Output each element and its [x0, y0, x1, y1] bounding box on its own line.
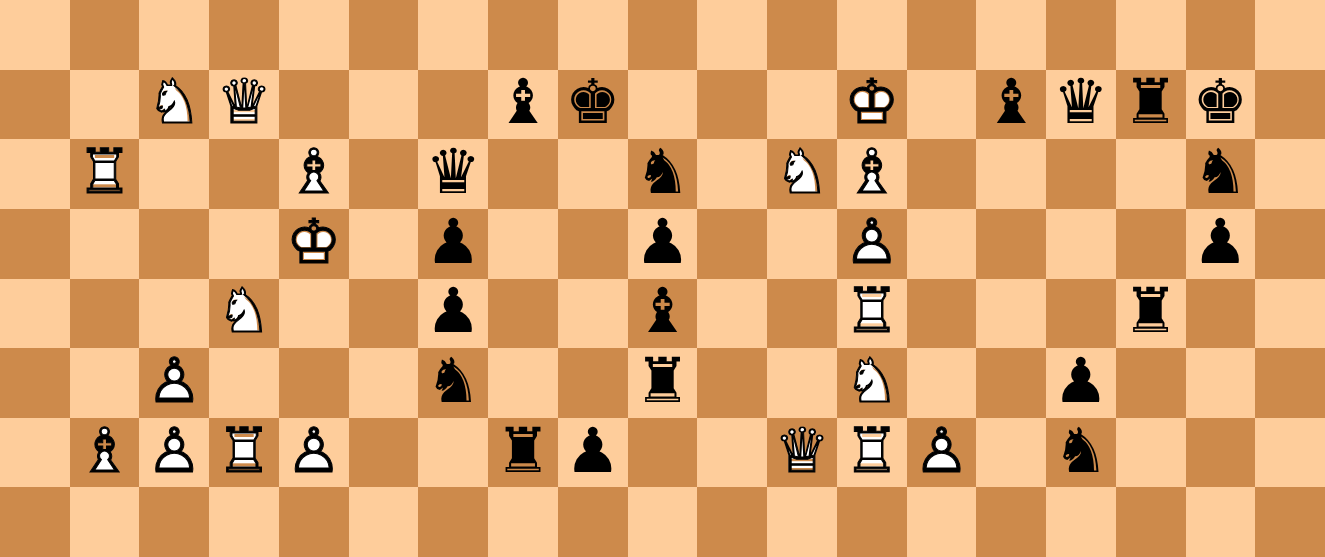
square-r3c13[interactable] [907, 209, 977, 279]
square-r0c9[interactable] [628, 0, 698, 70]
white-pawn[interactable]: ♟♙ [139, 418, 209, 488]
black-rook-icon: ♜ [1123, 280, 1179, 342]
square-r4c2[interactable] [139, 279, 209, 349]
square-r6c12[interactable]: ♜♖ [837, 418, 907, 488]
square-r5c15[interactable]: ♟ [1046, 348, 1116, 418]
square-r2c16[interactable] [1116, 139, 1186, 209]
square-r7c16[interactable] [1116, 487, 1186, 557]
white-rook-outline-icon: ♖ [216, 420, 272, 482]
white-bishop[interactable]: ♝♗ [70, 418, 140, 488]
square-r1c1[interactable] [70, 70, 140, 140]
black-pawn[interactable]: ♟ [558, 418, 628, 488]
white-rook[interactable]: ♜♖ [837, 418, 907, 488]
white-rook-outline-icon: ♖ [844, 280, 900, 342]
square-r0c12[interactable] [837, 0, 907, 70]
chess-board-window: ♞♘♛♕♝♚♚♔♝♛♜♚♜♖♝♗♛♞♞♘♝♗♞♚♔♟♟♟♙♟♞♘♟♝♜♖♜♟♙♞… [0, 0, 1325, 557]
square-r0c10[interactable] [697, 0, 767, 70]
square-r0c2[interactable] [139, 0, 209, 70]
square-r0c5[interactable] [349, 0, 419, 70]
square-r5c5[interactable] [349, 348, 419, 418]
square-r5c16[interactable] [1116, 348, 1186, 418]
black-knight[interactable]: ♞ [1186, 139, 1256, 209]
square-r6c16[interactable] [1116, 418, 1186, 488]
black-queen[interactable]: ♛ [418, 139, 488, 209]
square-r1c3[interactable]: ♛♕ [209, 70, 279, 140]
square-r6c8[interactable]: ♟ [558, 418, 628, 488]
square-r3c7[interactable] [488, 209, 558, 279]
square-r0c4[interactable] [279, 0, 349, 70]
square-r4c12[interactable]: ♜♖ [837, 279, 907, 349]
white-pawn[interactable]: ♟♙ [279, 418, 349, 488]
square-r6c15[interactable]: ♞ [1046, 418, 1116, 488]
square-r0c18[interactable] [1255, 0, 1325, 70]
black-pawn-icon: ♟ [565, 420, 621, 482]
black-pawn[interactable]: ♟ [1186, 209, 1256, 279]
black-pawn[interactable]: ♟ [1046, 348, 1116, 418]
square-r0c13[interactable] [907, 0, 977, 70]
white-rook-outline-icon: ♖ [77, 141, 133, 203]
square-r4c15[interactable] [1046, 279, 1116, 349]
white-knight[interactable]: ♞♘ [837, 348, 907, 418]
square-r5c12[interactable]: ♞♘ [837, 348, 907, 418]
square-r7c7[interactable] [488, 487, 558, 557]
square-r7c4[interactable] [279, 487, 349, 557]
black-pawn-icon: ♟ [425, 211, 481, 273]
square-r1c8[interactable]: ♚ [558, 70, 628, 140]
black-bishop[interactable]: ♝ [488, 70, 558, 140]
square-r7c5[interactable] [349, 487, 419, 557]
square-r1c18[interactable] [1255, 70, 1325, 140]
square-r2c2[interactable] [139, 139, 209, 209]
square-r2c9[interactable]: ♞ [628, 139, 698, 209]
square-r7c14[interactable] [976, 487, 1046, 557]
white-rook[interactable]: ♜♖ [209, 418, 279, 488]
white-queen[interactable]: ♛♕ [209, 70, 279, 140]
square-r5c17[interactable] [1186, 348, 1256, 418]
white-pawn[interactable]: ♟♙ [139, 348, 209, 418]
square-r1c4[interactable] [279, 70, 349, 140]
square-r3c10[interactable] [697, 209, 767, 279]
black-bishop-icon: ♝ [983, 71, 1039, 133]
white-bishop-outline-icon: ♗ [286, 141, 342, 203]
square-r2c15[interactable] [1046, 139, 1116, 209]
white-pawn[interactable]: ♟♙ [837, 209, 907, 279]
square-r5c18[interactable] [1255, 348, 1325, 418]
black-rook-icon: ♜ [1123, 71, 1179, 133]
square-r3c16[interactable] [1116, 209, 1186, 279]
square-r6c5[interactable] [349, 418, 419, 488]
square-r1c16[interactable]: ♜ [1116, 70, 1186, 140]
square-r2c1[interactable]: ♜♖ [70, 139, 140, 209]
black-pawn[interactable]: ♟ [418, 279, 488, 349]
square-r0c15[interactable] [1046, 0, 1116, 70]
square-r2c17[interactable]: ♞ [1186, 139, 1256, 209]
white-rook-outline-icon: ♖ [844, 420, 900, 482]
square-r5c3[interactable] [209, 348, 279, 418]
square-r2c18[interactable] [1255, 139, 1325, 209]
black-pawn-icon: ♟ [1193, 211, 1249, 273]
white-king-outline-icon: ♔ [844, 71, 900, 133]
white-queen-outline-icon: ♕ [774, 420, 830, 482]
square-r2c11[interactable]: ♞♘ [767, 139, 837, 209]
black-pawn-icon: ♟ [635, 211, 691, 273]
square-r1c10[interactable] [697, 70, 767, 140]
square-r1c2[interactable]: ♞♘ [139, 70, 209, 140]
square-r3c18[interactable] [1255, 209, 1325, 279]
square-r2c3[interactable] [209, 139, 279, 209]
white-pawn-outline-icon: ♙ [914, 420, 970, 482]
square-r6c11[interactable]: ♛♕ [767, 418, 837, 488]
white-knight[interactable]: ♞♘ [209, 279, 279, 349]
square-r3c6[interactable]: ♟ [418, 209, 488, 279]
square-r1c0[interactable] [0, 70, 70, 140]
square-r4c5[interactable] [349, 279, 419, 349]
square-r4c0[interactable] [0, 279, 70, 349]
black-queen-icon: ♛ [1053, 71, 1109, 133]
square-r0c17[interactable] [1186, 0, 1256, 70]
square-r7c10[interactable] [697, 487, 767, 557]
square-r6c3[interactable]: ♜♖ [209, 418, 279, 488]
square-r6c2[interactable]: ♟♙ [139, 418, 209, 488]
black-bishop-icon: ♝ [495, 71, 551, 133]
square-r4c4[interactable] [279, 279, 349, 349]
square-r6c6[interactable] [418, 418, 488, 488]
square-r0c11[interactable] [767, 0, 837, 70]
square-r0c8[interactable] [558, 0, 628, 70]
square-r7c15[interactable] [1046, 487, 1116, 557]
white-rook[interactable]: ♜♖ [70, 139, 140, 209]
square-r6c9[interactable] [628, 418, 698, 488]
black-knight-icon: ♞ [1193, 141, 1249, 203]
square-r1c7[interactable]: ♝ [488, 70, 558, 140]
square-r4c11[interactable] [767, 279, 837, 349]
square-r1c13[interactable] [907, 70, 977, 140]
square-r6c17[interactable] [1186, 418, 1256, 488]
white-king[interactable]: ♚♔ [279, 209, 349, 279]
white-pawn-outline-icon: ♙ [286, 420, 342, 482]
square-r1c15[interactable]: ♛ [1046, 70, 1116, 140]
square-r1c9[interactable] [628, 70, 698, 140]
square-r3c1[interactable] [70, 209, 140, 279]
square-r7c0[interactable] [0, 487, 70, 557]
black-bishop-icon: ♝ [635, 280, 691, 342]
white-pawn-outline-icon: ♙ [147, 420, 203, 482]
square-r4c9[interactable]: ♝ [628, 279, 698, 349]
black-knight[interactable]: ♞ [1046, 418, 1116, 488]
black-bishop[interactable]: ♝ [976, 70, 1046, 140]
black-king[interactable]: ♚ [558, 70, 628, 140]
black-rook[interactable]: ♜ [1116, 279, 1186, 349]
square-r7c2[interactable] [139, 487, 209, 557]
square-r4c14[interactable] [976, 279, 1046, 349]
square-r4c10[interactable] [697, 279, 767, 349]
square-r2c5[interactable] [349, 139, 419, 209]
black-queen[interactable]: ♛ [1046, 70, 1116, 140]
black-knight[interactable]: ♞ [418, 348, 488, 418]
white-knight[interactable]: ♞♘ [767, 139, 837, 209]
black-pawn[interactable]: ♟ [628, 209, 698, 279]
white-king[interactable]: ♚♔ [837, 70, 907, 140]
square-r7c1[interactable] [70, 487, 140, 557]
black-rook[interactable]: ♜ [628, 348, 698, 418]
square-r5c4[interactable] [279, 348, 349, 418]
square-r5c13[interactable] [907, 348, 977, 418]
square-r0c16[interactable] [1116, 0, 1186, 70]
white-king-outline-icon: ♔ [286, 211, 342, 273]
square-r1c5[interactable] [349, 70, 419, 140]
white-bishop-outline-icon: ♗ [844, 141, 900, 203]
white-knight-outline-icon: ♘ [844, 350, 900, 412]
black-rook[interactable]: ♜ [488, 418, 558, 488]
square-r5c7[interactable] [488, 348, 558, 418]
white-queen[interactable]: ♛♕ [767, 418, 837, 488]
square-r4c3[interactable]: ♞♘ [209, 279, 279, 349]
square-r7c11[interactable] [767, 487, 837, 557]
square-r1c12[interactable]: ♚♔ [837, 70, 907, 140]
square-r7c3[interactable] [209, 487, 279, 557]
square-r5c6[interactable]: ♞ [418, 348, 488, 418]
square-r0c0[interactable] [0, 0, 70, 70]
square-r2c12[interactable]: ♝♗ [837, 139, 907, 209]
square-r7c18[interactable] [1255, 487, 1325, 557]
square-r3c3[interactable] [209, 209, 279, 279]
square-r7c6[interactable] [418, 487, 488, 557]
black-queen-icon: ♛ [425, 141, 481, 203]
square-r3c2[interactable] [139, 209, 209, 279]
square-r0c14[interactable] [976, 0, 1046, 70]
square-r3c11[interactable] [767, 209, 837, 279]
square-r6c13[interactable]: ♟♙ [907, 418, 977, 488]
black-pawn-icon: ♟ [425, 280, 481, 342]
square-r6c7[interactable]: ♜ [488, 418, 558, 488]
white-knight-outline-icon: ♘ [147, 71, 203, 133]
square-r5c9[interactable]: ♜ [628, 348, 698, 418]
square-r3c12[interactable]: ♟♙ [837, 209, 907, 279]
square-r5c2[interactable]: ♟♙ [139, 348, 209, 418]
square-r3c4[interactable]: ♚♔ [279, 209, 349, 279]
square-r5c14[interactable] [976, 348, 1046, 418]
square-r2c6[interactable]: ♛ [418, 139, 488, 209]
black-king[interactable]: ♚ [1186, 70, 1256, 140]
square-r4c16[interactable]: ♜ [1116, 279, 1186, 349]
square-r7c9[interactable] [628, 487, 698, 557]
white-queen-outline-icon: ♕ [216, 71, 272, 133]
square-r7c12[interactable] [837, 487, 907, 557]
square-r4c6[interactable]: ♟ [418, 279, 488, 349]
square-r6c18[interactable] [1255, 418, 1325, 488]
square-r6c4[interactable]: ♟♙ [279, 418, 349, 488]
black-knight[interactable]: ♞ [628, 139, 698, 209]
square-r4c7[interactable] [488, 279, 558, 349]
square-r3c8[interactable] [558, 209, 628, 279]
white-knight[interactable]: ♞♘ [139, 70, 209, 140]
square-r4c17[interactable] [1186, 279, 1256, 349]
square-r3c5[interactable] [349, 209, 419, 279]
square-r5c11[interactable] [767, 348, 837, 418]
black-bishop[interactable]: ♝ [628, 279, 698, 349]
white-pawn[interactable]: ♟♙ [907, 418, 977, 488]
square-r0c3[interactable] [209, 0, 279, 70]
chess-board: ♞♘♛♕♝♚♚♔♝♛♜♚♜♖♝♗♛♞♞♘♝♗♞♚♔♟♟♟♙♟♞♘♟♝♜♖♜♟♙♞… [0, 0, 1325, 557]
white-pawn-outline-icon: ♙ [844, 211, 900, 273]
black-rook-icon: ♜ [495, 420, 551, 482]
white-bishop[interactable]: ♝♗ [837, 139, 907, 209]
white-bishop[interactable]: ♝♗ [279, 139, 349, 209]
square-r3c9[interactable]: ♟ [628, 209, 698, 279]
square-r3c15[interactable] [1046, 209, 1116, 279]
white-knight-outline-icon: ♘ [774, 141, 830, 203]
square-r6c10[interactable] [697, 418, 767, 488]
black-rook-icon: ♜ [635, 350, 691, 412]
white-knight-outline-icon: ♘ [216, 280, 272, 342]
square-r4c18[interactable] [1255, 279, 1325, 349]
black-king-icon: ♚ [565, 71, 621, 133]
black-rook[interactable]: ♜ [1116, 70, 1186, 140]
square-r6c14[interactable] [976, 418, 1046, 488]
square-r0c1[interactable] [70, 0, 140, 70]
black-knight-icon: ♞ [425, 350, 481, 412]
square-r5c8[interactable] [558, 348, 628, 418]
square-r1c17[interactable]: ♚ [1186, 70, 1256, 140]
square-r3c0[interactable] [0, 209, 70, 279]
square-r3c14[interactable] [976, 209, 1046, 279]
square-r2c0[interactable] [0, 139, 70, 209]
square-r1c6[interactable] [418, 70, 488, 140]
square-r3c17[interactable]: ♟ [1186, 209, 1256, 279]
square-r2c7[interactable] [488, 139, 558, 209]
square-r6c0[interactable] [0, 418, 70, 488]
black-knight-icon: ♞ [1053, 420, 1109, 482]
square-r2c14[interactable] [976, 139, 1046, 209]
square-r1c11[interactable] [767, 70, 837, 140]
square-r1c14[interactable]: ♝ [976, 70, 1046, 140]
white-rook[interactable]: ♜♖ [837, 279, 907, 349]
square-r2c13[interactable] [907, 139, 977, 209]
square-r4c1[interactable] [70, 279, 140, 349]
square-r0c6[interactable] [418, 0, 488, 70]
square-r0c7[interactable] [488, 0, 558, 70]
black-knight-icon: ♞ [635, 141, 691, 203]
square-r2c8[interactable] [558, 139, 628, 209]
black-pawn-icon: ♟ [1053, 350, 1109, 412]
square-r2c4[interactable]: ♝♗ [279, 139, 349, 209]
square-r5c0[interactable] [0, 348, 70, 418]
square-r7c8[interactable] [558, 487, 628, 557]
square-r4c13[interactable] [907, 279, 977, 349]
square-r4c8[interactable] [558, 279, 628, 349]
square-r7c13[interactable] [907, 487, 977, 557]
square-r7c17[interactable] [1186, 487, 1256, 557]
square-r5c10[interactable] [697, 348, 767, 418]
black-pawn[interactable]: ♟ [418, 209, 488, 279]
square-r5c1[interactable] [70, 348, 140, 418]
white-pawn-outline-icon: ♙ [147, 350, 203, 412]
square-r2c10[interactable] [697, 139, 767, 209]
white-bishop-outline-icon: ♗ [77, 420, 133, 482]
square-r6c1[interactable]: ♝♗ [70, 418, 140, 488]
black-king-icon: ♚ [1193, 71, 1249, 133]
